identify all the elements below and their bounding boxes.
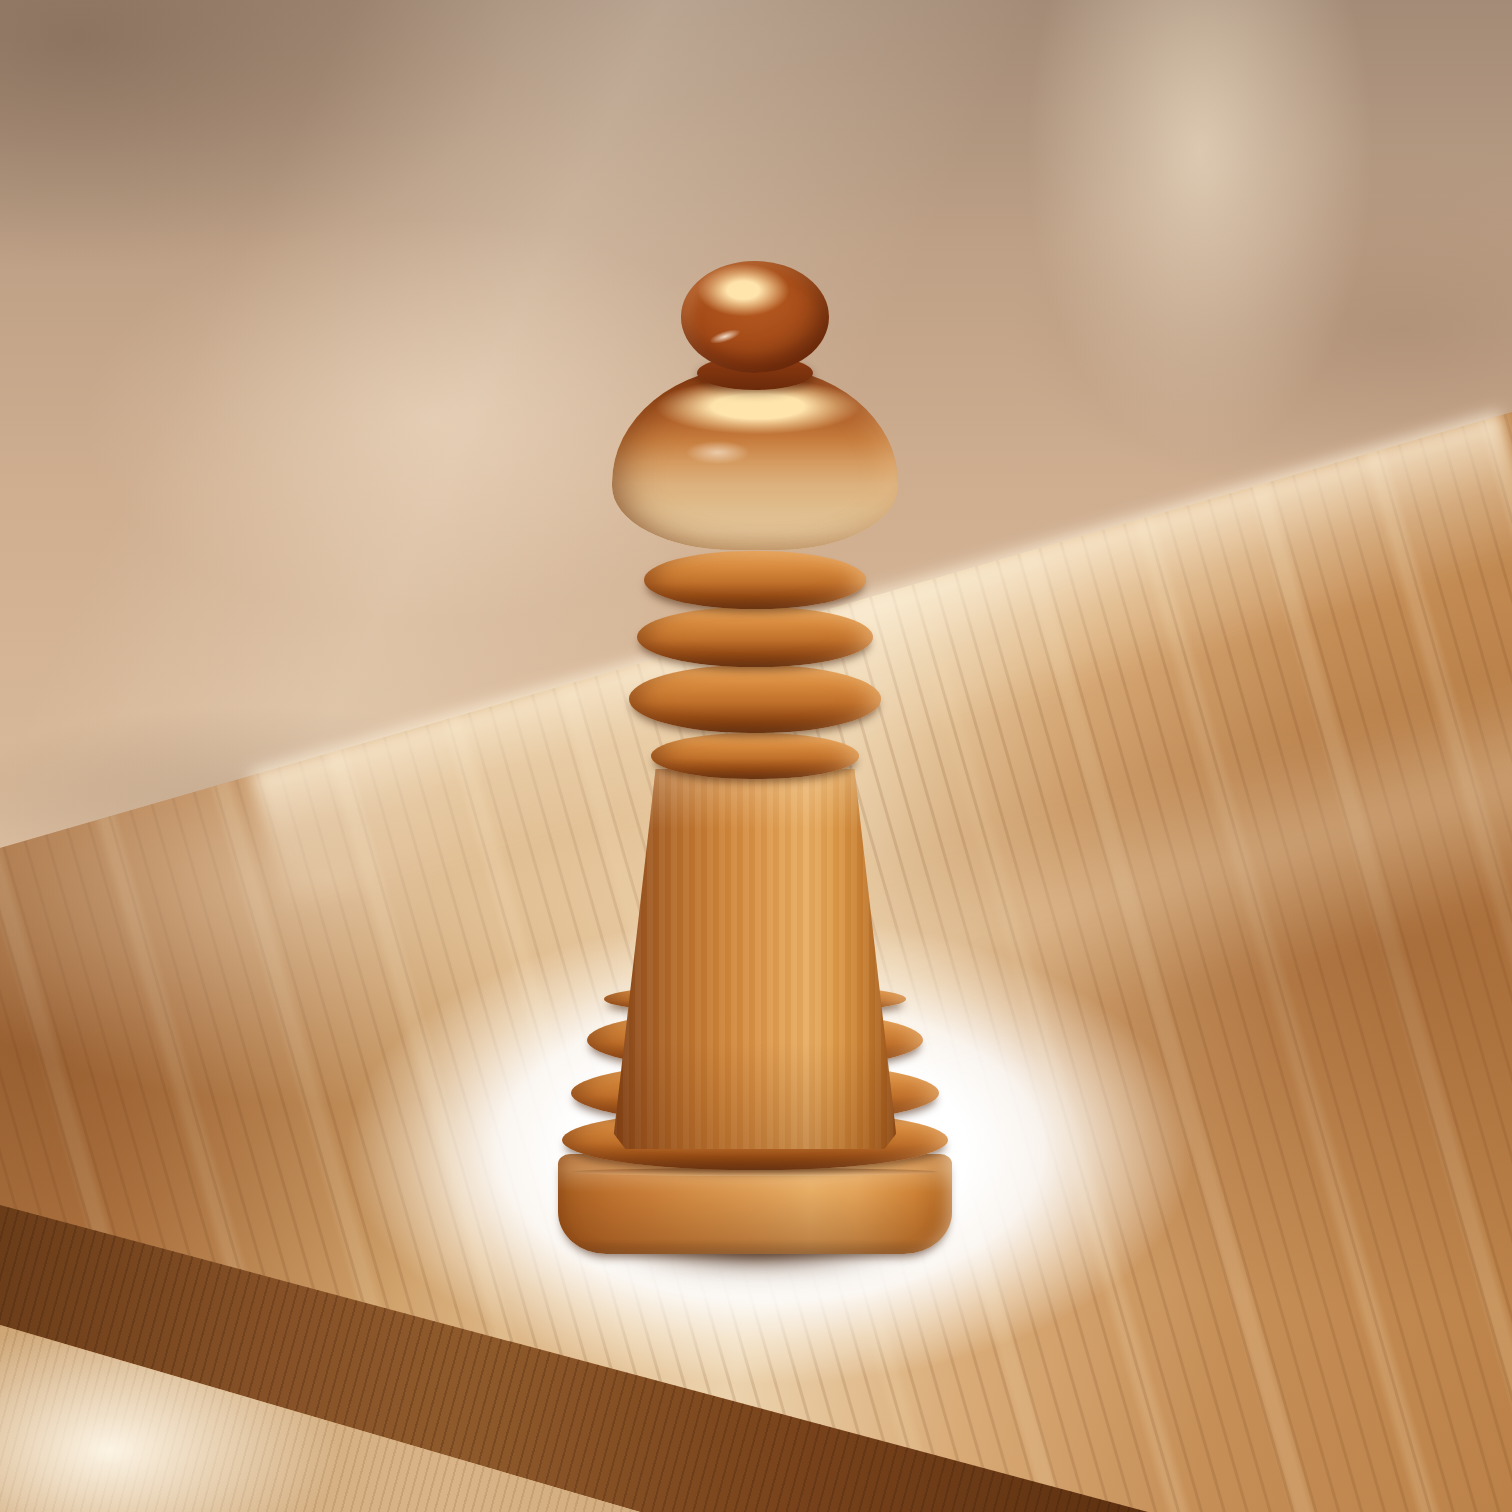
mill-knob-finial: [681, 261, 829, 373]
mill-neck-ring-1: [644, 551, 866, 609]
mill-neck-ring-3: [629, 665, 881, 733]
photo-scene: [0, 0, 1512, 1512]
mill-tapered-body: [611, 769, 899, 1149]
mill-collar: [651, 733, 859, 779]
mill-neck-ring-2: [637, 607, 873, 667]
